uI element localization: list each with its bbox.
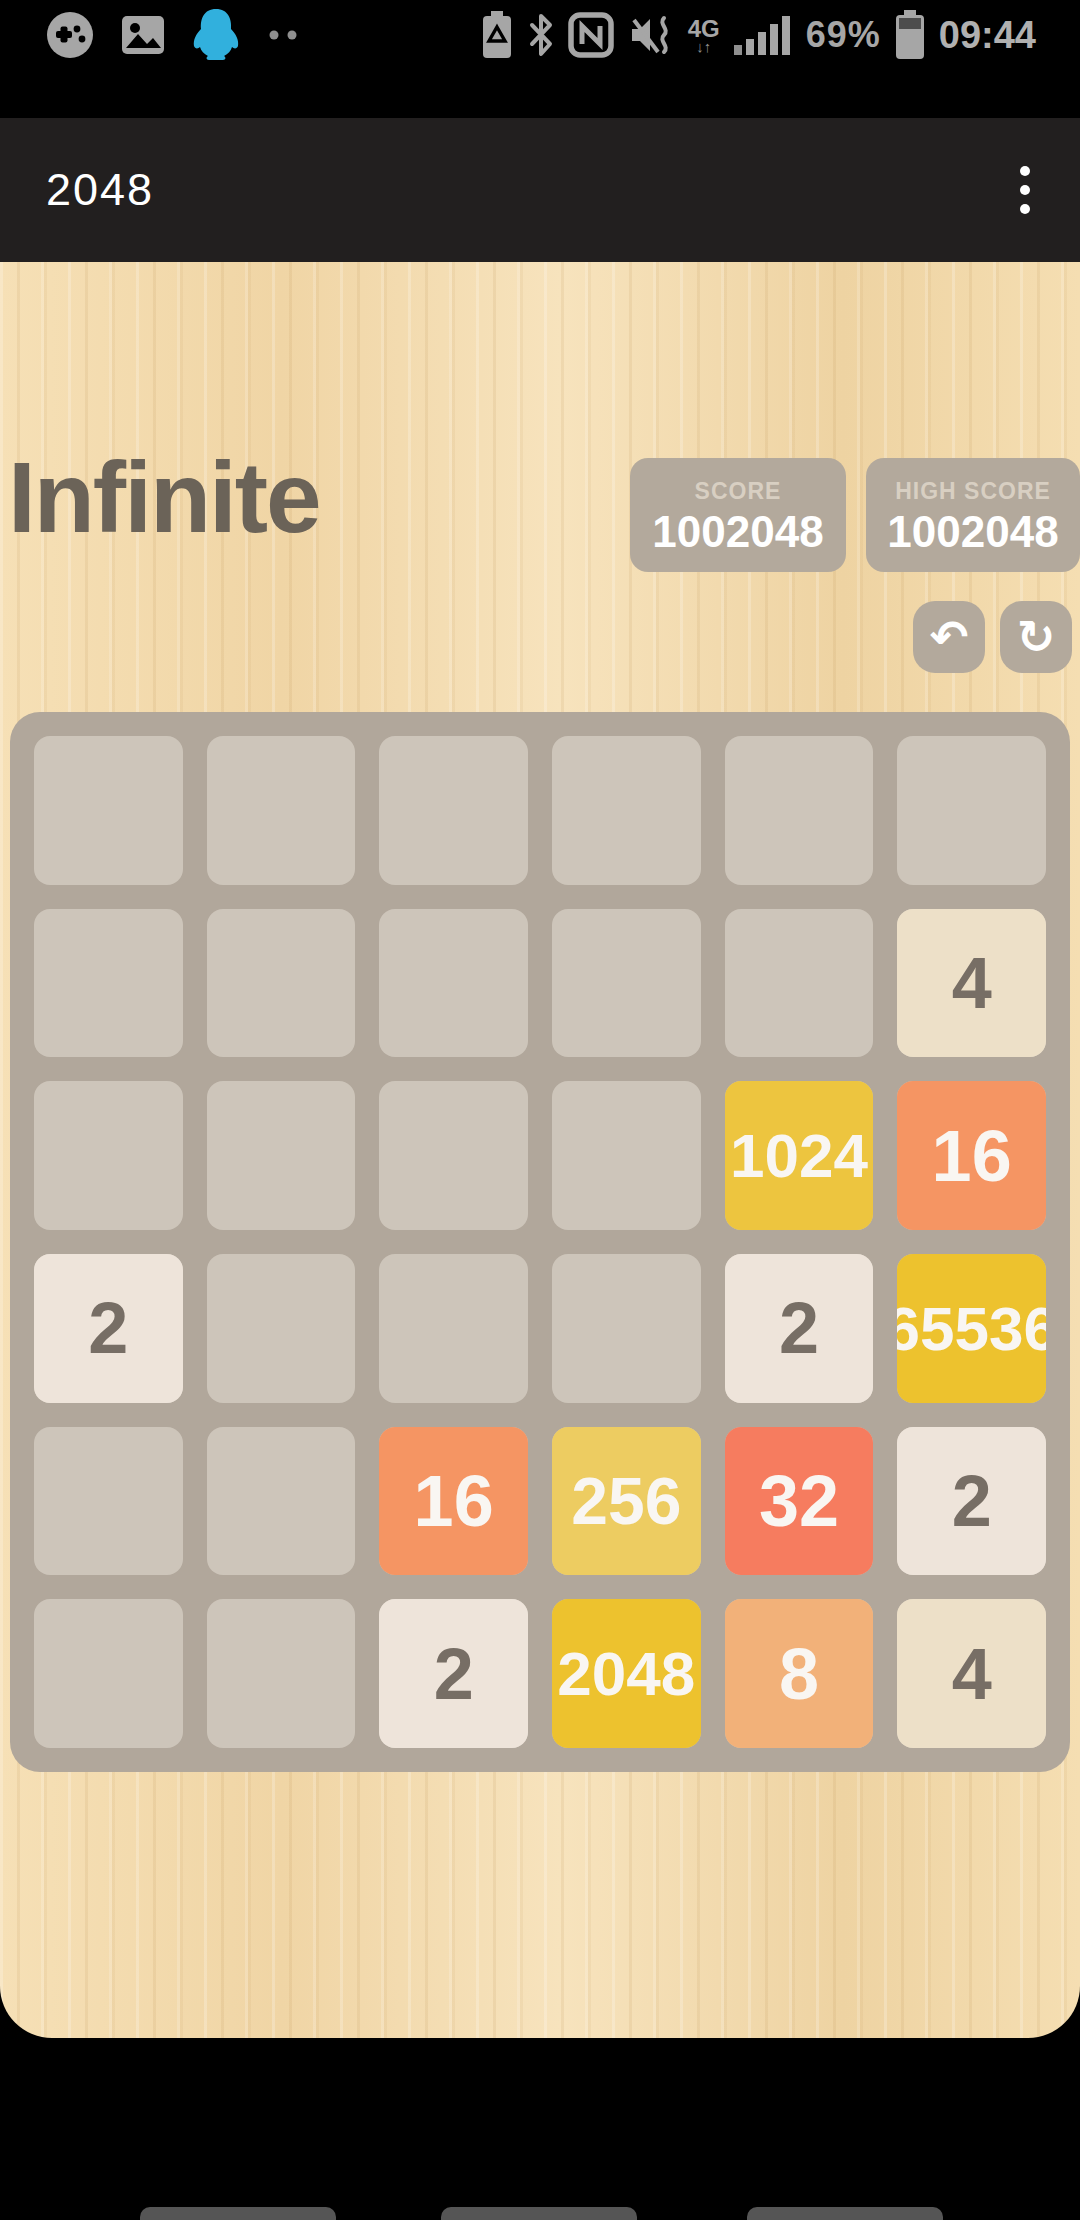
cell-empty bbox=[34, 736, 183, 885]
more-notifications-icon bbox=[264, 25, 304, 45]
game-background: Infinite SCORE 1002048 HIGH SCORE 100204… bbox=[0, 262, 1080, 2038]
tile-2: 2 bbox=[379, 1599, 528, 1748]
cell-tile-65536: 65536 bbox=[897, 1254, 1046, 1403]
cell-empty bbox=[34, 1081, 183, 1230]
undo-button[interactable]: ↶ bbox=[913, 601, 985, 673]
score-label: SCORE bbox=[695, 478, 782, 505]
tile-32: 32 bbox=[725, 1427, 874, 1576]
high-score-label: HIGH SCORE bbox=[895, 478, 1051, 505]
tile-4: 4 bbox=[897, 1599, 1046, 1748]
cell-empty bbox=[34, 1599, 183, 1748]
bottom-strip bbox=[0, 2038, 1080, 2220]
tile-4: 4 bbox=[897, 909, 1046, 1058]
bottom-peek-button-1[interactable] bbox=[140, 2207, 336, 2220]
network-type-indicator: 4G ↓↑ bbox=[688, 17, 720, 54]
kebab-menu-icon[interactable] bbox=[1010, 156, 1040, 224]
cell-empty bbox=[552, 1081, 701, 1230]
bottom-peek-button-2[interactable] bbox=[441, 2207, 637, 2220]
cell-tile-256: 256 bbox=[552, 1427, 701, 1576]
cell-tile-16: 16 bbox=[379, 1427, 528, 1576]
app-bar: 2048 bbox=[0, 118, 1080, 262]
play-games-icon bbox=[44, 9, 96, 61]
network-type-label: 4G bbox=[688, 17, 720, 41]
cell-empty bbox=[552, 736, 701, 885]
nfc-icon bbox=[568, 12, 614, 58]
cell-tile-2048: 2048 bbox=[552, 1599, 701, 1748]
cell-empty bbox=[207, 1081, 356, 1230]
cell-empty bbox=[34, 909, 183, 1058]
mode-title: Infinite bbox=[8, 440, 320, 555]
cell-tile-4: 4 bbox=[897, 909, 1046, 1058]
gallery-icon bbox=[118, 10, 168, 60]
score-value: 1002048 bbox=[652, 507, 823, 557]
cell-empty bbox=[552, 1254, 701, 1403]
cell-empty bbox=[725, 909, 874, 1058]
bottom-peek-button-3[interactable] bbox=[747, 2207, 943, 2220]
tile-16: 16 bbox=[897, 1081, 1046, 1230]
cell-tile-4: 4 bbox=[897, 1599, 1046, 1748]
cell-empty bbox=[207, 909, 356, 1058]
cell-empty bbox=[207, 736, 356, 885]
cell-tile-32: 32 bbox=[725, 1427, 874, 1576]
tile-65536: 65536 bbox=[897, 1254, 1046, 1403]
tile-1024: 1024 bbox=[725, 1081, 874, 1230]
status-left-icons bbox=[44, 8, 304, 62]
vibrate-mute-icon bbox=[628, 12, 674, 58]
cell-tile-8: 8 bbox=[725, 1599, 874, 1748]
cell-empty bbox=[207, 1599, 356, 1748]
status-bar: 4G ↓↑ 69% 09:44 bbox=[0, 0, 1080, 118]
cell-empty bbox=[725, 736, 874, 885]
cell-tile-1024: 1024 bbox=[725, 1081, 874, 1230]
cell-empty bbox=[379, 909, 528, 1058]
battery-icon bbox=[895, 10, 925, 60]
tile-2048: 2048 bbox=[552, 1599, 701, 1748]
high-score-badge: HIGH SCORE 1002048 bbox=[866, 458, 1080, 572]
clock-label: 09:44 bbox=[939, 14, 1036, 57]
cell-empty bbox=[379, 1254, 528, 1403]
cell-empty bbox=[379, 1081, 528, 1230]
tile-2: 2 bbox=[725, 1254, 874, 1403]
network-arrows-icon: ↓↑ bbox=[696, 39, 711, 54]
cell-tile-2: 2 bbox=[34, 1254, 183, 1403]
bluetooth-icon bbox=[528, 13, 554, 57]
signal-bars-icon bbox=[734, 15, 792, 55]
restart-icon: ↻ bbox=[1017, 614, 1056, 660]
board[interactable]: 41024162265536162563222204884 bbox=[10, 712, 1070, 1772]
tile-16: 16 bbox=[379, 1427, 528, 1576]
cell-tile-2: 2 bbox=[897, 1427, 1046, 1576]
battery-saver-icon bbox=[480, 11, 514, 59]
cell-empty bbox=[552, 909, 701, 1058]
cell-tile-16: 16 bbox=[897, 1081, 1046, 1230]
score-badge: SCORE 1002048 bbox=[630, 458, 846, 572]
tile-2: 2 bbox=[34, 1254, 183, 1403]
cell-empty bbox=[34, 1427, 183, 1576]
qq-penguin-icon bbox=[190, 7, 242, 63]
cell-empty bbox=[897, 736, 1046, 885]
cell-empty bbox=[379, 736, 528, 885]
status-right-cluster: 4G ↓↑ 69% 09:44 bbox=[480, 8, 1036, 62]
restart-button[interactable]: ↻ bbox=[1000, 601, 1072, 673]
cell-empty bbox=[207, 1427, 356, 1576]
tile-8: 8 bbox=[725, 1599, 874, 1748]
cell-tile-2: 2 bbox=[379, 1599, 528, 1748]
tile-256: 256 bbox=[552, 1427, 701, 1576]
cell-empty bbox=[207, 1254, 356, 1403]
high-score-value: 1002048 bbox=[887, 507, 1058, 557]
app-title: 2048 bbox=[46, 164, 154, 216]
battery-percent-label: 69% bbox=[806, 14, 881, 56]
cell-tile-2: 2 bbox=[725, 1254, 874, 1403]
undo-arrow-icon: ↶ bbox=[930, 614, 969, 660]
tile-2: 2 bbox=[897, 1427, 1046, 1576]
